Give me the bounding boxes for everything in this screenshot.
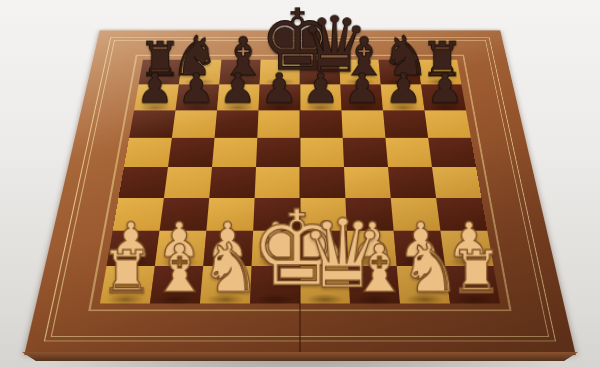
square-d6[interactable] xyxy=(257,110,300,137)
square-e1[interactable]: ♛ xyxy=(300,265,350,303)
piece-white-knight[interactable]: ♞ xyxy=(400,233,450,301)
piece-black-pawn[interactable]: ♟ xyxy=(341,67,382,108)
chessboard: ♜♞♝♚♛♝♞♜♟♟♟♟♟♟♟♟♟♟♟♟♟♟♟♟♜♝♞♚♛♝♞♜ xyxy=(24,30,576,355)
square-b1[interactable]: ♝ xyxy=(150,265,203,303)
square-a6[interactable] xyxy=(129,110,175,137)
square-g1[interactable]: ♞ xyxy=(397,265,450,303)
square-d1[interactable]: ♚ xyxy=(250,265,300,303)
square-b6[interactable] xyxy=(172,110,217,137)
piece-white-knight[interactable]: ♞ xyxy=(200,233,250,301)
square-c7[interactable]: ♟ xyxy=(217,84,260,110)
square-h6[interactable] xyxy=(425,110,471,137)
piece-white-rook[interactable]: ♜ xyxy=(450,242,500,301)
square-b5[interactable] xyxy=(168,137,215,166)
piece-black-pawn[interactable]: ♟ xyxy=(300,67,341,108)
square-b4[interactable] xyxy=(164,167,212,198)
square-g7[interactable]: ♟ xyxy=(381,84,425,110)
square-d7[interactable]: ♟ xyxy=(258,84,300,110)
square-f6[interactable] xyxy=(342,110,386,137)
piece-black-pawn[interactable]: ♟ xyxy=(217,67,258,108)
piece-black-pawn[interactable]: ♟ xyxy=(134,67,175,108)
square-c6[interactable] xyxy=(215,110,259,137)
board-front-edge xyxy=(22,352,578,361)
square-h1[interactable]: ♜ xyxy=(445,265,500,303)
square-e5[interactable] xyxy=(300,137,344,166)
piece-black-pawn[interactable]: ♟ xyxy=(383,67,424,108)
piece-black-pawn[interactable]: ♟ xyxy=(259,67,300,108)
piece-white-queen[interactable]: ♛ xyxy=(300,206,350,301)
square-f4[interactable] xyxy=(344,167,391,198)
square-g6[interactable] xyxy=(383,110,428,137)
square-c1[interactable]: ♞ xyxy=(200,265,252,303)
square-c4[interactable] xyxy=(209,167,256,198)
piece-white-bishop[interactable]: ♝ xyxy=(150,235,200,301)
square-a5[interactable] xyxy=(124,137,172,166)
piece-white-rook[interactable]: ♜ xyxy=(100,242,150,301)
playing-area: ♜♞♝♚♛♝♞♜♟♟♟♟♟♟♟♟♟♟♟♟♟♟♟♟♜♝♞♚♛♝♞♜ xyxy=(100,59,500,303)
square-f5[interactable] xyxy=(343,137,388,166)
square-b7[interactable]: ♟ xyxy=(175,84,219,110)
square-d5[interactable] xyxy=(256,137,300,166)
square-h7[interactable]: ♟ xyxy=(421,84,466,110)
square-e7[interactable]: ♟ xyxy=(300,84,342,110)
square-a1[interactable]: ♜ xyxy=(100,265,155,303)
square-f1[interactable]: ♝ xyxy=(348,265,400,303)
square-a4[interactable] xyxy=(119,167,168,198)
piece-white-king[interactable]: ♚ xyxy=(250,197,300,301)
square-f7[interactable]: ♟ xyxy=(340,84,383,110)
square-g4[interactable] xyxy=(388,167,436,198)
square-c5[interactable] xyxy=(212,137,257,166)
square-a7[interactable]: ♟ xyxy=(134,84,179,110)
photo-backdrop: ♜♞♝♚♛♝♞♜♟♟♟♟♟♟♟♟♟♟♟♟♟♟♟♟♜♝♞♚♛♝♞♜ xyxy=(0,0,600,367)
piece-white-bishop[interactable]: ♝ xyxy=(350,235,400,301)
square-h4[interactable] xyxy=(432,167,481,198)
square-h5[interactable] xyxy=(428,137,476,166)
square-g5[interactable] xyxy=(385,137,432,166)
piece-black-pawn[interactable]: ♟ xyxy=(176,67,217,108)
square-e6[interactable] xyxy=(300,110,343,137)
piece-black-pawn[interactable]: ♟ xyxy=(424,67,465,108)
